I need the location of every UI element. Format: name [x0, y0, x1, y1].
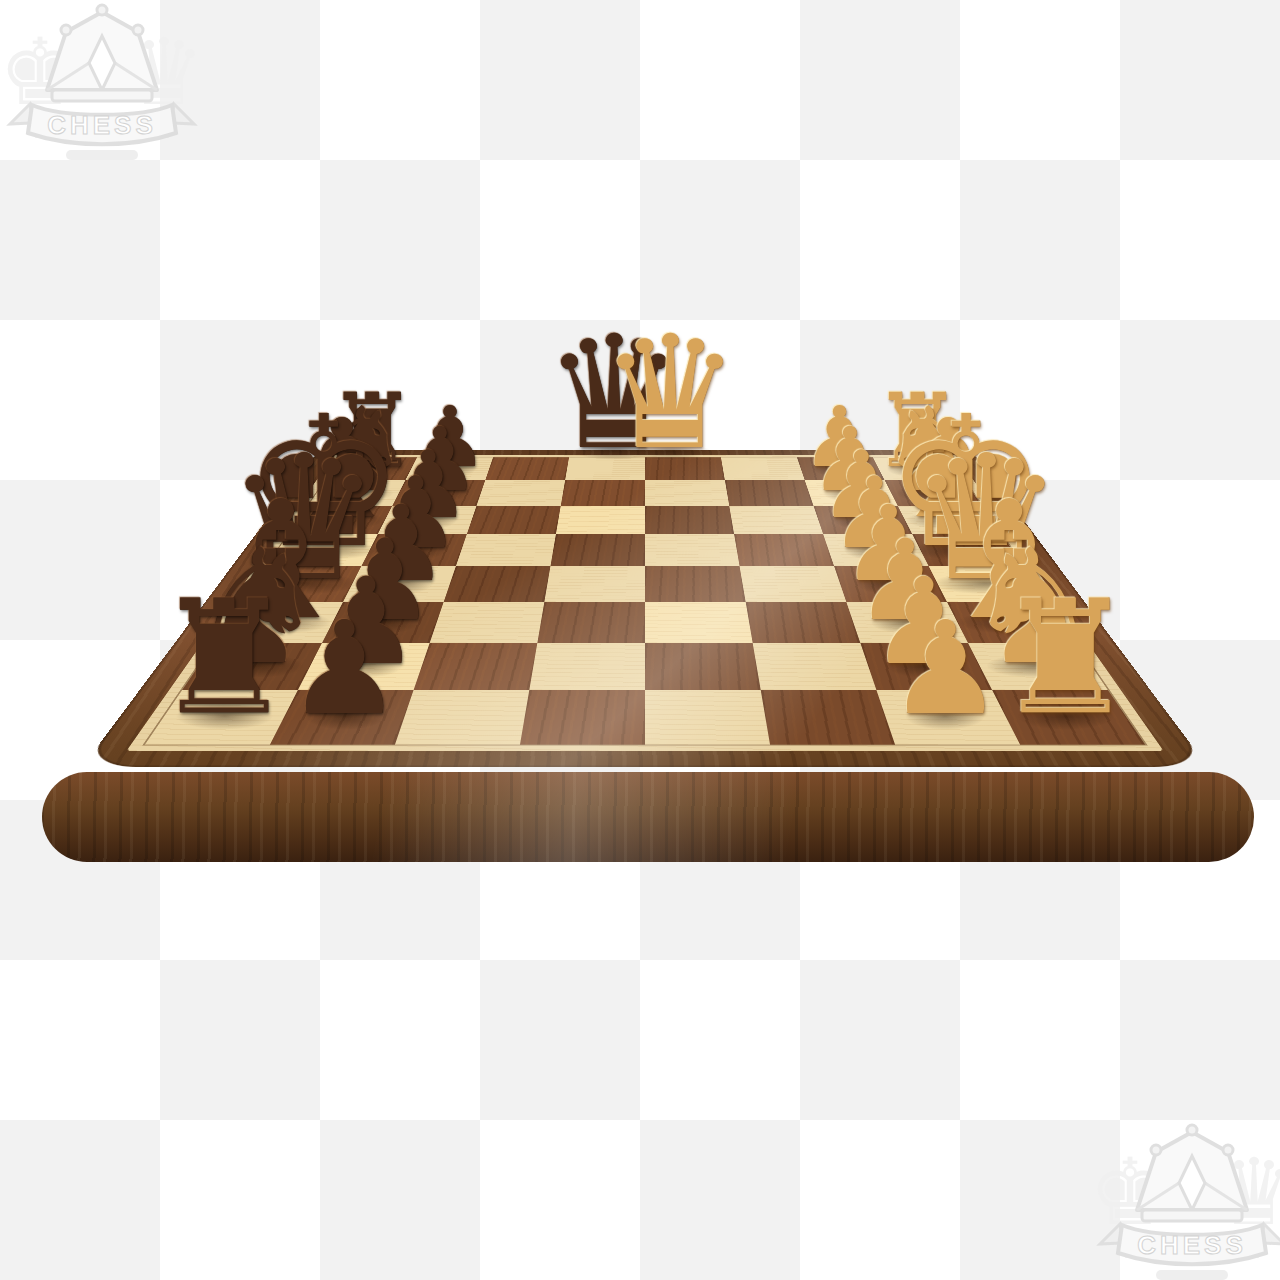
square-e6	[456, 534, 556, 566]
square-f4	[645, 506, 734, 534]
chess-crown-logo-icon: ♚ ♛ CHESS	[1092, 1112, 1280, 1280]
white-queen-glyph: ♛	[600, 315, 740, 471]
square-h8	[325, 457, 417, 480]
board-grid	[145, 457, 1145, 744]
board-front-edge	[42, 772, 1254, 862]
square-h7	[405, 457, 493, 480]
square-e7	[361, 534, 466, 566]
square-f7	[378, 506, 477, 534]
square-c1	[947, 602, 1076, 643]
ghost-king-icon: ♚	[2, 21, 81, 123]
square-h3	[721, 457, 805, 480]
square-c3	[746, 602, 861, 643]
watermark-text: CHESS	[47, 110, 157, 140]
square-e5	[550, 534, 645, 566]
chess-brand-watermark-bottom-right: ♚ ♛ CHESS	[1092, 1112, 1280, 1280]
square-d5	[544, 566, 645, 602]
square-c5	[537, 602, 645, 643]
square-g3	[725, 480, 814, 505]
square-e1	[912, 534, 1023, 566]
square-g8	[308, 480, 405, 505]
square-g7	[392, 480, 485, 505]
chess-board	[82, 450, 1208, 767]
product-photo-scene: ♚ ♛ CHESS ♚ ♛	[0, 0, 1280, 1280]
square-f6	[467, 506, 561, 534]
square-f2	[814, 506, 913, 534]
square-b1	[968, 643, 1108, 690]
square-g5	[561, 480, 645, 505]
square-f1	[898, 506, 1002, 534]
square-h1	[873, 457, 965, 480]
square-h2	[797, 457, 885, 480]
chess-brand-watermark-top-left: ♚ ♛ CHESS	[2, 0, 202, 168]
ghost-queen-icon: ♛	[123, 21, 202, 123]
square-b3	[753, 643, 877, 690]
ghost-queen-icon: ♛	[1213, 1141, 1280, 1243]
square-a6	[395, 690, 529, 745]
square-c7	[322, 602, 444, 643]
square-d3	[740, 566, 847, 602]
black-queen-glyph: ♛	[544, 315, 684, 471]
square-d7	[343, 566, 456, 602]
square-b6	[414, 643, 538, 690]
square-h5	[565, 457, 645, 480]
board-border-strip	[126, 455, 1163, 751]
square-h6	[485, 457, 569, 480]
watermark-text: CHESS	[1137, 1230, 1247, 1260]
square-b5	[529, 643, 645, 690]
chess-crown-logo-icon: ♚ ♛ CHESS	[2, 0, 202, 168]
square-a1	[992, 690, 1145, 745]
square-f8	[289, 506, 393, 534]
square-d8	[242, 566, 361, 602]
square-e3	[734, 534, 834, 566]
watermark-subtext-bar	[1156, 1270, 1228, 1280]
square-a4	[645, 690, 770, 745]
square-e2	[823, 534, 928, 566]
square-a3	[761, 690, 895, 745]
square-c4	[645, 602, 753, 643]
square-d4	[645, 566, 746, 602]
square-b7	[298, 643, 430, 690]
square-h4	[645, 457, 725, 480]
ghost-king-icon: ♚	[1092, 1141, 1171, 1243]
square-d1	[929, 566, 1048, 602]
watermark-subtext-bar	[66, 150, 138, 160]
square-g6	[476, 480, 565, 505]
square-f5	[556, 506, 645, 534]
square-g1	[885, 480, 982, 505]
square-d2	[834, 566, 947, 602]
square-e8	[267, 534, 378, 566]
square-a5	[520, 690, 645, 745]
square-e4	[645, 534, 740, 566]
square-f3	[729, 506, 823, 534]
square-b4	[645, 643, 761, 690]
square-d6	[444, 566, 551, 602]
square-g2	[805, 480, 898, 505]
square-g4	[645, 480, 729, 505]
square-c6	[430, 602, 545, 643]
